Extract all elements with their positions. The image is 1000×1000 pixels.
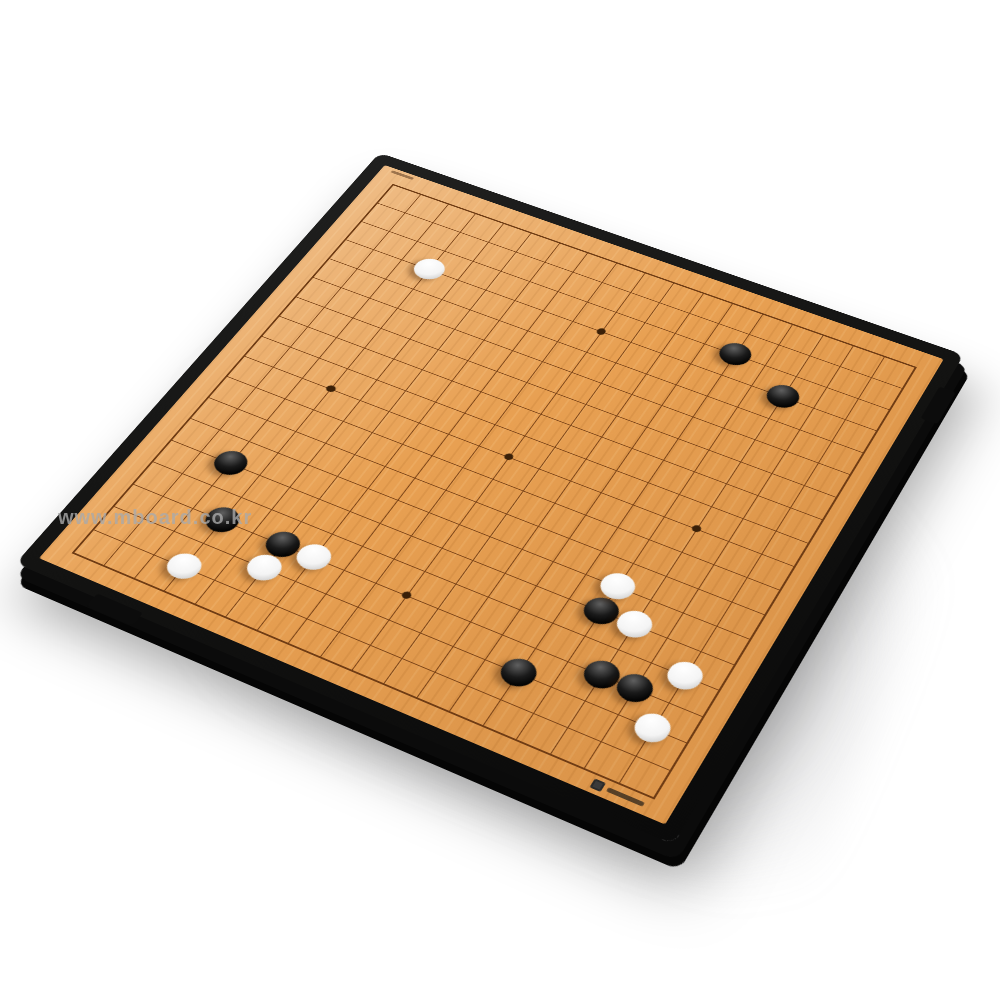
white-stone-dd xyxy=(409,255,451,283)
star-point xyxy=(400,590,413,600)
white-stone-rq xyxy=(628,709,676,748)
black-stone-pd xyxy=(761,381,803,412)
black-stone-nq xyxy=(494,654,542,691)
star-point xyxy=(595,327,607,335)
product-photo-background: www.mboard.co.kr xyxy=(0,0,1000,1000)
white-stone-ro xyxy=(661,657,708,694)
black-stone-cn xyxy=(208,447,254,479)
frame-latch-right xyxy=(921,387,956,425)
star-point xyxy=(325,385,337,394)
black-stone-nc xyxy=(714,339,756,369)
star-point xyxy=(690,524,703,534)
white-stone-dr xyxy=(161,549,208,584)
star-point xyxy=(503,452,516,461)
watermark-text: www.mboard.co.kr xyxy=(58,506,252,529)
maker-logo-icon xyxy=(589,778,606,791)
brand-marking-top xyxy=(391,170,415,180)
